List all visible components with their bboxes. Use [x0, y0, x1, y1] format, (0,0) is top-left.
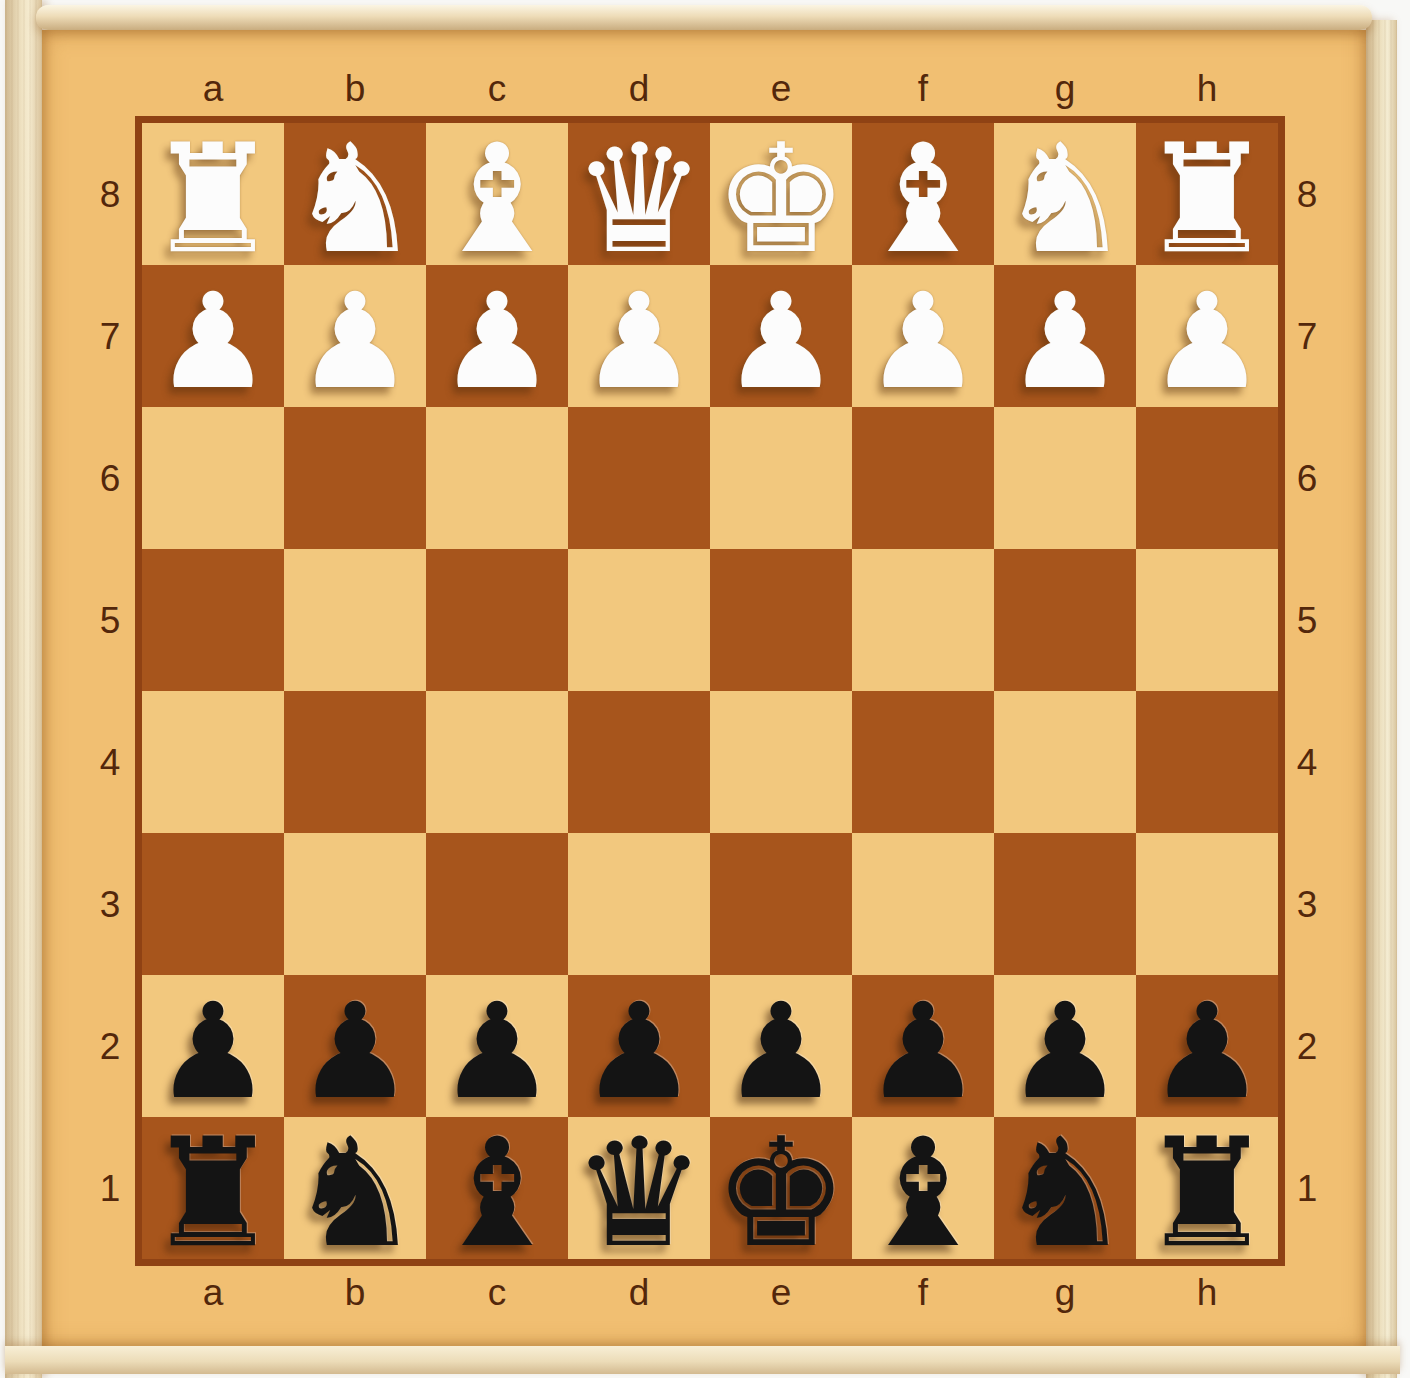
piece-white-bishop[interactable]: ♝	[430, 124, 564, 274]
square-b3[interactable]	[284, 833, 426, 975]
square-h5[interactable]	[1136, 549, 1278, 691]
piece-white-pawn[interactable]: ♟	[722, 275, 840, 407]
file-label-top-h: h	[1136, 63, 1278, 113]
square-f8[interactable]: ♝	[852, 123, 994, 265]
square-h7[interactable]: ♟	[1136, 265, 1278, 407]
square-a8[interactable]: ♜	[142, 123, 284, 265]
piece-black-pawn[interactable]: ♟	[722, 985, 840, 1117]
rank-label-left-3: 3	[82, 833, 138, 975]
piece-white-queen[interactable]: ♛	[572, 124, 706, 274]
file-labels-top: abcdefgh	[142, 63, 1278, 113]
rank-label-right-1: 1	[1279, 1117, 1335, 1259]
wood-frame-top-rail	[36, 5, 1372, 30]
rank-label-left-2: 2	[82, 975, 138, 1117]
file-label-top-e: e	[710, 63, 852, 113]
square-e5[interactable]	[710, 549, 852, 691]
square-c7[interactable]: ♟	[426, 265, 568, 407]
piece-white-pawn[interactable]: ♟	[296, 275, 414, 407]
square-f2[interactable]: ♟	[852, 975, 994, 1117]
square-d3[interactable]	[568, 833, 710, 975]
piece-white-pawn[interactable]: ♟	[154, 275, 272, 407]
rank-label-right-8: 8	[1279, 123, 1335, 265]
square-c2[interactable]: ♟	[426, 975, 568, 1117]
piece-black-pawn[interactable]: ♟	[438, 985, 556, 1117]
square-d2[interactable]: ♟	[568, 975, 710, 1117]
wood-frame-bottom-rail	[5, 1346, 1400, 1374]
square-e6[interactable]	[710, 407, 852, 549]
piece-black-pawn[interactable]: ♟	[580, 985, 698, 1117]
square-a1[interactable]: ♜	[142, 1117, 284, 1259]
rank-label-right-7: 7	[1279, 265, 1335, 407]
piece-white-pawn[interactable]: ♟	[580, 275, 698, 407]
demo-chessboard-photo: abcdefgh abcdefgh 87654321 87654321 ♜♞♝♛…	[0, 0, 1410, 1378]
rank-label-right-4: 4	[1279, 691, 1335, 833]
square-a5[interactable]	[142, 549, 284, 691]
file-label-top-f: f	[852, 63, 994, 113]
square-h2[interactable]: ♟	[1136, 975, 1278, 1117]
square-f1[interactable]: ♝	[852, 1117, 994, 1259]
piece-black-pawn[interactable]: ♟	[154, 985, 272, 1117]
square-f4[interactable]	[852, 691, 994, 833]
piece-black-queen[interactable]: ♛	[572, 1118, 706, 1268]
piece-black-pawn[interactable]: ♟	[1006, 985, 1124, 1117]
piece-black-rook[interactable]: ♜	[1140, 1118, 1274, 1268]
rank-label-left-8: 8	[82, 123, 138, 265]
square-b6[interactable]	[284, 407, 426, 549]
square-d7[interactable]: ♟	[568, 265, 710, 407]
piece-white-king[interactable]: ♚	[714, 124, 848, 274]
piece-white-bishop[interactable]: ♝	[856, 124, 990, 274]
square-b5[interactable]	[284, 549, 426, 691]
rank-label-left-4: 4	[82, 691, 138, 833]
square-g2[interactable]: ♟	[994, 975, 1136, 1117]
square-h4[interactable]	[1136, 691, 1278, 833]
square-e1[interactable]: ♚	[710, 1117, 852, 1259]
piece-black-pawn[interactable]: ♟	[296, 985, 414, 1117]
wood-frame-left-rail	[5, 0, 42, 1378]
wood-frame-right-rail	[1366, 20, 1397, 1378]
square-b2[interactable]: ♟	[284, 975, 426, 1117]
square-g4[interactable]	[994, 691, 1136, 833]
square-b1[interactable]: ♞	[284, 1117, 426, 1259]
square-g1[interactable]: ♞	[994, 1117, 1136, 1259]
file-label-top-b: b	[284, 63, 426, 113]
square-b4[interactable]	[284, 691, 426, 833]
square-g5[interactable]	[994, 549, 1136, 691]
piece-black-knight[interactable]: ♞	[288, 1118, 422, 1268]
piece-white-pawn[interactable]: ♟	[438, 275, 556, 407]
square-d4[interactable]	[568, 691, 710, 833]
square-b7[interactable]: ♟	[284, 265, 426, 407]
square-g3[interactable]	[994, 833, 1136, 975]
square-a7[interactable]: ♟	[142, 265, 284, 407]
piece-white-pawn[interactable]: ♟	[1148, 275, 1266, 407]
square-f5[interactable]	[852, 549, 994, 691]
rank-label-right-6: 6	[1279, 407, 1335, 549]
square-e7[interactable]: ♟	[710, 265, 852, 407]
piece-white-pawn[interactable]: ♟	[864, 275, 982, 407]
file-label-top-g: g	[994, 63, 1136, 113]
square-e4[interactable]	[710, 691, 852, 833]
piece-black-bishop[interactable]: ♝	[856, 1118, 990, 1268]
piece-black-pawn[interactable]: ♟	[1148, 985, 1266, 1117]
square-h8[interactable]: ♜	[1136, 123, 1278, 265]
piece-white-rook[interactable]: ♜	[1140, 124, 1274, 274]
piece-black-rook[interactable]: ♜	[146, 1118, 280, 1268]
file-label-top-d: d	[568, 63, 710, 113]
square-c4[interactable]	[426, 691, 568, 833]
square-a2[interactable]: ♟	[142, 975, 284, 1117]
square-g8[interactable]: ♞	[994, 123, 1136, 265]
square-h3[interactable]	[1136, 833, 1278, 975]
square-h1[interactable]: ♜	[1136, 1117, 1278, 1259]
square-f3[interactable]	[852, 833, 994, 975]
square-f7[interactable]: ♟	[852, 265, 994, 407]
square-g7[interactable]: ♟	[994, 265, 1136, 407]
square-a3[interactable]	[142, 833, 284, 975]
square-d5[interactable]	[568, 549, 710, 691]
square-c6[interactable]	[426, 407, 568, 549]
square-c5[interactable]	[426, 549, 568, 691]
square-e8[interactable]: ♚	[710, 123, 852, 265]
square-d1[interactable]: ♛	[568, 1117, 710, 1259]
piece-white-rook[interactable]: ♜	[146, 124, 280, 274]
rank-label-left-5: 5	[82, 549, 138, 691]
rank-label-right-3: 3	[1279, 833, 1335, 975]
square-h6[interactable]	[1136, 407, 1278, 549]
piece-black-knight[interactable]: ♞	[998, 1118, 1132, 1268]
rank-label-left-7: 7	[82, 265, 138, 407]
square-a4[interactable]	[142, 691, 284, 833]
piece-black-bishop[interactable]: ♝	[430, 1118, 564, 1268]
square-b8[interactable]: ♞	[284, 123, 426, 265]
rank-label-right-2: 2	[1279, 975, 1335, 1117]
rank-label-left-6: 6	[82, 407, 138, 549]
square-c8[interactable]: ♝	[426, 123, 568, 265]
square-e3[interactable]	[710, 833, 852, 975]
chessboard: ♜♞♝♛♚♝♞♜♟♟♟♟♟♟♟♟♟♟♟♟♟♟♟♟♜♞♝♛♚♝♞♜	[135, 116, 1285, 1266]
piece-black-king[interactable]: ♚	[714, 1118, 848, 1268]
square-d6[interactable]	[568, 407, 710, 549]
square-c1[interactable]: ♝	[426, 1117, 568, 1259]
square-f6[interactable]	[852, 407, 994, 549]
square-a6[interactable]	[142, 407, 284, 549]
piece-white-knight[interactable]: ♞	[998, 124, 1132, 274]
piece-black-pawn[interactable]: ♟	[864, 985, 982, 1117]
square-e2[interactable]: ♟	[710, 975, 852, 1117]
file-label-top-a: a	[142, 63, 284, 113]
piece-white-knight[interactable]: ♞	[288, 124, 422, 274]
rank-labels-left: 87654321	[82, 123, 138, 1259]
rank-label-right-5: 5	[1279, 549, 1335, 691]
piece-white-pawn[interactable]: ♟	[1006, 275, 1124, 407]
rank-labels-right: 87654321	[1279, 123, 1335, 1259]
rank-label-left-1: 1	[82, 1117, 138, 1259]
square-c3[interactable]	[426, 833, 568, 975]
square-d8[interactable]: ♛	[568, 123, 710, 265]
square-g6[interactable]	[994, 407, 1136, 549]
file-label-top-c: c	[426, 63, 568, 113]
